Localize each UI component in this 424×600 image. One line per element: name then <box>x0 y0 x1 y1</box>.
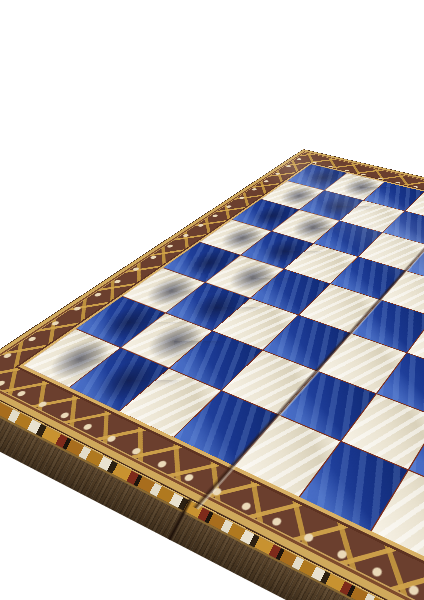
perspective-scene: ♜♞♝♚♛♝♞♜♟♟♟♟♟♟♟♟ <box>0 0 424 600</box>
chess-board: ♜♞♝♚♛♝♞♜♟♟♟♟♟♟♟♟ <box>0 149 424 600</box>
pawn-glyph: ♟ <box>53 237 199 400</box>
product-photo-stage: ♜♞♝♚♛♝♞♜♟♟♟♟♟♟♟♟ <box>0 0 424 600</box>
